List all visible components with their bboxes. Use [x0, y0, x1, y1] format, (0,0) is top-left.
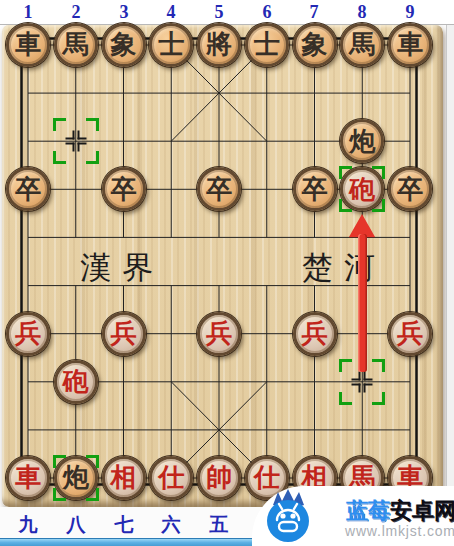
piece-red-general[interactable]: 帥 — [197, 456, 241, 500]
piece-red-cannon[interactable]: 砲 — [340, 167, 384, 211]
board-point-f4-r6[interactable] — [147, 261, 195, 309]
piece-red-soldier[interactable]: 兵 — [293, 312, 337, 356]
file-label-top: 7 — [302, 1, 326, 23]
board-point-f6-r9[interactable] — [243, 406, 291, 454]
board-point-f6-r6[interactable] — [243, 261, 291, 309]
board-point-f2-r5[interactable] — [52, 213, 100, 261]
board-point-f3-r4[interactable]: 卒 — [100, 165, 148, 213]
board-point-f8-r6[interactable] — [338, 261, 386, 309]
board-point-f8-r2[interactable] — [338, 69, 386, 117]
piece-black-general[interactable]: 將 — [197, 23, 241, 67]
board-point-f7-r7[interactable]: 兵 — [291, 310, 339, 358]
file-label-bottom: 六 — [159, 513, 183, 537]
board-point-f8-r4[interactable]: 砲 — [338, 165, 386, 213]
board-point-f7-r1[interactable]: 象 — [291, 21, 339, 69]
file-label-bottom: 九 — [16, 513, 40, 537]
piece-black-soldier[interactable]: 卒 — [6, 167, 50, 211]
board-point-f5-r2[interactable] — [195, 69, 243, 117]
board-point-f7-r9[interactable] — [291, 406, 339, 454]
board-point-f8-r8[interactable] — [338, 358, 386, 406]
piece-red-soldier[interactable]: 兵 — [197, 312, 241, 356]
board-point-f7-r6[interactable] — [291, 261, 339, 309]
board-point-f4-r3[interactable] — [147, 117, 195, 165]
board-point-f1-r2[interactable] — [4, 69, 52, 117]
board-point-f3-r5[interactable] — [100, 213, 148, 261]
board-point-f3-r6[interactable] — [100, 261, 148, 309]
piece-black-advisor[interactable]: 士 — [245, 23, 289, 67]
board-point-f5-r6[interactable] — [195, 261, 243, 309]
file-label-bottom: 五 — [207, 513, 231, 537]
board-point-f7-r8[interactable] — [291, 358, 339, 406]
board-point-f3-r8[interactable] — [100, 358, 148, 406]
board-point-f2-r10[interactable]: 炮 — [52, 454, 100, 502]
board-grid: 車馬象士將士象馬車炮卒卒卒卒砲卒兵兵兵兵兵砲車炮相仕帥仕相馬車 — [4, 21, 434, 502]
board-point-f2-r8[interactable]: 砲 — [52, 358, 100, 406]
board-point-f9-r6[interactable] — [386, 261, 434, 309]
board-point-f7-r3[interactable] — [291, 117, 339, 165]
board-point-f9-r3[interactable] — [386, 117, 434, 165]
board-point-f4-r10[interactable]: 仕 — [147, 454, 195, 502]
board-point-f6-r3[interactable] — [243, 117, 291, 165]
board-point-f5-r7[interactable]: 兵 — [195, 310, 243, 358]
board-point-f5-r8[interactable] — [195, 358, 243, 406]
board-point-f2-r2[interactable] — [52, 69, 100, 117]
board-point-f9-r7[interactable]: 兵 — [386, 310, 434, 358]
file-label-bottom: 八 — [64, 513, 88, 537]
android-eye — [280, 513, 285, 518]
piece-black-soldier[interactable]: 卒 — [102, 167, 146, 211]
board-point-f6-r2[interactable] — [243, 69, 291, 117]
board-point-f7-r4[interactable]: 卒 — [291, 165, 339, 213]
board-point-f9-r9[interactable] — [386, 406, 434, 454]
board-point-f5-r4[interactable]: 卒 — [195, 165, 243, 213]
board-point-f9-r1[interactable]: 車 — [386, 21, 434, 69]
piece-red-elephant[interactable]: 相 — [102, 456, 146, 500]
board-point-f8-r5[interactable] — [338, 213, 386, 261]
board-point-f1-r3[interactable] — [4, 117, 52, 165]
board-point-f1-r4[interactable]: 卒 — [4, 165, 52, 213]
board-point-f6-r5[interactable] — [243, 213, 291, 261]
file-label-top: 8 — [350, 1, 374, 23]
piece-red-soldier[interactable]: 兵 — [388, 312, 432, 356]
board-point-f2-r6[interactable] — [52, 261, 100, 309]
board-point-f4-r4[interactable] — [147, 165, 195, 213]
board-point-f2-r4[interactable] — [52, 165, 100, 213]
piece-black-horse[interactable]: 馬 — [340, 23, 384, 67]
xiangqi-app-screen: 1 2 3 4 5 6 7 8 9 漢界 楚河 車馬象士將士象馬車炮卒卒卒卒砲卒… — [0, 0, 454, 546]
file-label-top: 1 — [16, 1, 40, 23]
board-point-f4-r8[interactable] — [147, 358, 195, 406]
board-point-f3-r3[interactable] — [100, 117, 148, 165]
board-point-f5-r9[interactable] — [195, 406, 243, 454]
board-point-f5-r5[interactable] — [195, 213, 243, 261]
board-point-f4-r1[interactable]: 士 — [147, 21, 195, 69]
board-point-f9-r8[interactable] — [386, 358, 434, 406]
board-point-f4-r9[interactable] — [147, 406, 195, 454]
board-point-f6-r4[interactable] — [243, 165, 291, 213]
board-point-f2-r7[interactable] — [52, 310, 100, 358]
board-point-f4-r7[interactable] — [147, 310, 195, 358]
file-label-bottom: 七 — [112, 513, 136, 537]
watermark-url: www.lmkjst.com — [345, 523, 454, 539]
board-point-f6-r1[interactable]: 士 — [243, 21, 291, 69]
right-gutter — [446, 0, 454, 546]
blueberry-android-logo-icon — [262, 488, 314, 544]
board-point-f7-r5[interactable] — [291, 213, 339, 261]
board-point-f1-r8[interactable] — [4, 358, 52, 406]
piece-black-soldier[interactable]: 卒 — [197, 167, 241, 211]
board-point-f2-r9[interactable] — [52, 406, 100, 454]
board-point-f4-r5[interactable] — [147, 213, 195, 261]
piece-black-chariot[interactable]: 車 — [6, 23, 50, 67]
board-point-f7-r2[interactable] — [291, 69, 339, 117]
board-point-f4-r2[interactable] — [147, 69, 195, 117]
board-point-f8-r7[interactable] — [338, 310, 386, 358]
watermark: 蓝莓安卓网 www.lmkjst.com — [252, 486, 454, 546]
piece-red-soldier[interactable]: 兵 — [102, 312, 146, 356]
board-point-f8-r1[interactable]: 馬 — [338, 21, 386, 69]
piece-black-cannon[interactable]: 炮 — [54, 456, 98, 500]
board-point-f1-r10[interactable]: 車 — [4, 454, 52, 502]
board-point-f8-r9[interactable] — [338, 406, 386, 454]
board-point-f3-r9[interactable] — [100, 406, 148, 454]
piece-black-chariot[interactable]: 車 — [388, 23, 432, 67]
board-point-f6-r8[interactable] — [243, 358, 291, 406]
board-point-f9-r4[interactable]: 卒 — [386, 165, 434, 213]
board-point-f2-r3[interactable] — [52, 117, 100, 165]
board-point-f8-r3[interactable]: 炮 — [338, 117, 386, 165]
board-point-f5-r1[interactable]: 將 — [195, 21, 243, 69]
piece-black-cannon[interactable]: 炮 — [340, 119, 384, 163]
board-point-f9-r5[interactable] — [386, 213, 434, 261]
piece-black-advisor[interactable]: 士 — [149, 23, 193, 67]
piece-red-chariot[interactable]: 車 — [6, 456, 50, 500]
file-label-top: 5 — [207, 1, 231, 23]
board-point-f1-r7[interactable]: 兵 — [4, 310, 52, 358]
piece-black-soldier[interactable]: 卒 — [388, 167, 432, 211]
piece-red-cannon[interactable]: 砲 — [54, 360, 98, 404]
board-point-f1-r1[interactable]: 車 — [4, 21, 52, 69]
piece-red-soldier[interactable]: 兵 — [6, 312, 50, 356]
piece-black-soldier[interactable]: 卒 — [293, 167, 337, 211]
board-point-f9-r2[interactable] — [386, 69, 434, 117]
board-point-f2-r1[interactable]: 馬 — [52, 21, 100, 69]
piece-black-horse[interactable]: 馬 — [54, 23, 98, 67]
board-point-f1-r6[interactable] — [4, 261, 52, 309]
watermark-name-blue: 蓝莓 — [346, 498, 390, 523]
watermark-site-name: 蓝莓安卓网 — [346, 496, 454, 526]
board-point-f3-r1[interactable]: 象 — [100, 21, 148, 69]
file-label-top: 3 — [112, 1, 136, 23]
board-point-f6-r7[interactable] — [243, 310, 291, 358]
piece-red-advisor[interactable]: 仕 — [149, 456, 193, 500]
board-point-f3-r2[interactable] — [100, 69, 148, 117]
file-label-top: 4 — [159, 1, 183, 23]
piece-black-elephant[interactable]: 象 — [102, 23, 146, 67]
board-point-f5-r3[interactable] — [195, 117, 243, 165]
board-point-f5-r10[interactable]: 帥 — [195, 454, 243, 502]
board-point-f1-r5[interactable] — [4, 213, 52, 261]
board-point-f1-r9[interactable] — [4, 406, 52, 454]
file-label-top: 6 — [255, 1, 279, 23]
watermark-name-dark: 安卓网 — [390, 498, 454, 523]
piece-black-elephant[interactable]: 象 — [293, 23, 337, 67]
file-label-top: 2 — [64, 1, 88, 23]
board-point-f3-r7[interactable]: 兵 — [100, 310, 148, 358]
board-point-f3-r10[interactable]: 相 — [100, 454, 148, 502]
file-label-top: 9 — [398, 1, 422, 23]
android-eye — [290, 513, 295, 518]
